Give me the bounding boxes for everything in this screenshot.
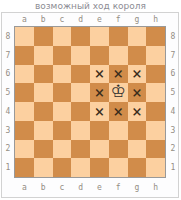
square-d5 [71,83,90,102]
square-g8 [128,27,147,46]
file-label-top-h: h [146,13,165,26]
square-f5: ♔ [109,83,128,102]
move-mark-f6: × [113,67,124,80]
file-label-top-a: a [15,13,34,26]
square-h6 [146,65,165,84]
square-b6 [34,65,53,84]
square-f1 [109,158,128,177]
square-d1 [71,158,90,177]
square-h3 [146,121,165,140]
square-b1 [34,158,53,177]
file-label-top-g: g [128,13,147,26]
square-h7 [146,46,165,65]
rank-label-left-7: 7 [2,46,14,65]
file-labels-top: abcdefgh [15,13,165,26]
square-d2 [71,140,90,159]
rank-label-right-4: 4 [168,102,178,121]
square-b7 [34,46,53,65]
square-a7 [15,46,34,65]
file-label-bottom-f: f [109,179,128,196]
move-mark-f4: × [113,105,124,118]
move-mark-e5: × [94,86,105,99]
square-d8 [71,27,90,46]
file-labels-bottom: abcdefgh [15,179,165,196]
move-mark-g4: × [131,105,142,118]
square-b4 [34,102,53,121]
rank-labels-left: 87654321 [2,27,14,177]
square-d7 [71,46,90,65]
square-g4: × [128,102,147,121]
white-king: ♔ [111,83,126,100]
rank-label-left-2: 2 [2,140,14,159]
file-label-top-e: e [90,13,109,26]
square-e1 [90,158,109,177]
square-h2 [146,140,165,159]
file-label-top-d: d [71,13,90,26]
square-e8 [90,27,109,46]
file-label-bottom-c: c [53,179,72,196]
rank-label-right-3: 3 [168,121,178,140]
square-b3 [34,121,53,140]
file-label-bottom-e: e [90,179,109,196]
square-c5 [53,83,72,102]
square-e4: × [90,102,109,121]
square-h4 [146,102,165,121]
square-a1 [15,158,34,177]
square-g5: × [128,83,147,102]
square-e2 [90,140,109,159]
square-g3 [128,121,147,140]
square-g6: × [128,65,147,84]
square-f6: × [109,65,128,84]
diagram-frame: abcdefgh ××××♔×××× abcdefgh 87654321 876… [1,12,179,198]
square-b2 [34,140,53,159]
file-label-top-f: f [109,13,128,26]
move-mark-e6: × [94,67,105,80]
rank-label-left-6: 6 [2,65,14,84]
square-a6 [15,65,34,84]
file-label-bottom-b: b [34,179,53,196]
square-a2 [15,140,34,159]
rank-label-left-8: 8 [2,27,14,46]
square-g2 [128,140,147,159]
square-c8 [53,27,72,46]
square-e6: × [90,65,109,84]
rank-label-right-7: 7 [168,46,178,65]
file-label-bottom-a: a [15,179,34,196]
rank-label-left-1: 1 [2,158,14,177]
chess-board: ××××♔×××× [14,26,166,178]
square-b5 [34,83,53,102]
rank-labels-right: 87654321 [168,27,178,177]
square-d4 [71,102,90,121]
square-f3 [109,121,128,140]
file-label-bottom-g: g [128,179,147,196]
move-mark-g5: × [131,86,142,99]
square-g7 [128,46,147,65]
square-c7 [53,46,72,65]
square-d3 [71,121,90,140]
square-b8 [34,27,53,46]
file-label-bottom-h: h [146,179,165,196]
square-d6 [71,65,90,84]
square-c6 [53,65,72,84]
square-h5 [146,83,165,102]
square-h8 [146,27,165,46]
square-c1 [53,158,72,177]
diagram-title: возможный ход короля [0,1,181,11]
rank-label-left-3: 3 [2,121,14,140]
file-label-bottom-d: d [71,179,90,196]
rank-label-left-4: 4 [2,102,14,121]
file-label-top-c: c [53,13,72,26]
square-f8 [109,27,128,46]
square-a3 [15,121,34,140]
rank-label-left-5: 5 [2,83,14,102]
rank-label-right-2: 2 [168,140,178,159]
square-c2 [53,140,72,159]
square-e3 [90,121,109,140]
rank-label-right-6: 6 [168,65,178,84]
square-c3 [53,121,72,140]
square-f2 [109,140,128,159]
square-a4 [15,102,34,121]
rank-label-right-8: 8 [168,27,178,46]
file-label-top-b: b [34,13,53,26]
square-e5: × [90,83,109,102]
square-e7 [90,46,109,65]
square-a5 [15,83,34,102]
square-h1 [146,158,165,177]
rank-label-right-5: 5 [168,83,178,102]
square-a8 [15,27,34,46]
square-c4 [53,102,72,121]
square-g1 [128,158,147,177]
move-mark-e4: × [94,105,105,118]
rank-label-right-1: 1 [168,158,178,177]
square-f7 [109,46,128,65]
square-f4: × [109,102,128,121]
move-mark-g6: × [131,67,142,80]
